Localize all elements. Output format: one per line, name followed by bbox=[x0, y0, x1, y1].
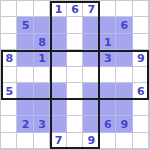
cell-r1c9[interactable] bbox=[133, 1, 149, 17]
cell-r2c7[interactable] bbox=[100, 17, 116, 33]
cell-r9c3[interactable] bbox=[34, 133, 50, 149]
cell-r8c7[interactable]: 6 bbox=[100, 116, 116, 132]
cell-r2c4[interactable] bbox=[50, 17, 66, 33]
cell-r9c1[interactable] bbox=[1, 133, 17, 149]
cell-r4c9[interactable]: 9 bbox=[133, 50, 149, 66]
cell-r2c8[interactable]: 6 bbox=[116, 17, 132, 33]
cell-r6c1[interactable]: 5 bbox=[1, 83, 17, 99]
sudoku-board: 1675681813956236979 bbox=[0, 0, 150, 150]
cell-r1c1[interactable] bbox=[1, 1, 17, 17]
cell-r7c9[interactable] bbox=[133, 100, 149, 116]
cell-r3c1[interactable] bbox=[1, 34, 17, 50]
cell-r4c1[interactable]: 8 bbox=[1, 50, 17, 66]
cell-r4c6[interactable] bbox=[83, 50, 99, 66]
cell-r3c2[interactable] bbox=[17, 34, 33, 50]
cell-r7c3[interactable] bbox=[34, 100, 50, 116]
cell-r8c4[interactable] bbox=[50, 116, 66, 132]
cell-r6c2[interactable] bbox=[17, 83, 33, 99]
cell-r2c9[interactable] bbox=[133, 17, 149, 33]
cell-r3c4[interactable] bbox=[50, 34, 66, 50]
cell-r7c1[interactable] bbox=[1, 100, 17, 116]
cell-r2c1[interactable] bbox=[1, 17, 17, 33]
cell-r5c8[interactable] bbox=[116, 67, 132, 83]
cell-r7c6[interactable] bbox=[83, 100, 99, 116]
cell-r4c5[interactable] bbox=[67, 50, 83, 66]
cell-r2c6[interactable] bbox=[83, 17, 99, 33]
cell-r8c3[interactable]: 3 bbox=[34, 116, 50, 132]
cell-r1c2[interactable] bbox=[17, 1, 33, 17]
cell-r5c7[interactable] bbox=[100, 67, 116, 83]
cell-r2c2[interactable]: 5 bbox=[17, 17, 33, 33]
cell-r9c9[interactable] bbox=[133, 133, 149, 149]
sudoku-grid: 1675681813956236979 bbox=[1, 1, 149, 149]
cell-r7c8[interactable] bbox=[116, 100, 132, 116]
cell-r9c6[interactable]: 9 bbox=[83, 133, 99, 149]
cell-r8c1[interactable] bbox=[1, 116, 17, 132]
cell-r3c9[interactable] bbox=[133, 34, 149, 50]
cell-r9c7[interactable] bbox=[100, 133, 116, 149]
cell-r9c4[interactable]: 7 bbox=[50, 133, 66, 149]
cell-r3c7[interactable]: 1 bbox=[100, 34, 116, 50]
cell-r9c2[interactable] bbox=[17, 133, 33, 149]
cell-r3c5[interactable] bbox=[67, 34, 83, 50]
cell-r4c4[interactable] bbox=[50, 50, 66, 66]
cell-r5c3[interactable] bbox=[34, 67, 50, 83]
cell-r6c3[interactable] bbox=[34, 83, 50, 99]
cell-r2c5[interactable] bbox=[67, 17, 83, 33]
cell-r7c2[interactable] bbox=[17, 100, 33, 116]
cell-r7c5[interactable] bbox=[67, 100, 83, 116]
cell-r6c4[interactable] bbox=[50, 83, 66, 99]
cell-r5c1[interactable] bbox=[1, 67, 17, 83]
cell-r5c4[interactable] bbox=[50, 67, 66, 83]
cell-r4c2[interactable] bbox=[17, 50, 33, 66]
cell-r4c8[interactable] bbox=[116, 50, 132, 66]
cell-r6c6[interactable] bbox=[83, 83, 99, 99]
cell-r5c5[interactable] bbox=[67, 67, 83, 83]
cell-r7c4[interactable] bbox=[50, 100, 66, 116]
cell-r8c6[interactable] bbox=[83, 116, 99, 132]
cell-r2c3[interactable] bbox=[34, 17, 50, 33]
cell-r6c9[interactable]: 6 bbox=[133, 83, 149, 99]
cell-r6c5[interactable] bbox=[67, 83, 83, 99]
cell-r1c6[interactable]: 7 bbox=[83, 1, 99, 17]
cell-r3c3[interactable]: 8 bbox=[34, 34, 50, 50]
cell-r5c6[interactable] bbox=[83, 67, 99, 83]
cell-r1c3[interactable] bbox=[34, 1, 50, 17]
cell-r9c8[interactable] bbox=[116, 133, 132, 149]
cell-r4c7[interactable]: 3 bbox=[100, 50, 116, 66]
cell-r3c8[interactable] bbox=[116, 34, 132, 50]
cell-r1c8[interactable] bbox=[116, 1, 132, 17]
cell-r8c8[interactable]: 9 bbox=[116, 116, 132, 132]
cell-r1c4[interactable]: 1 bbox=[50, 1, 66, 17]
cell-r1c5[interactable]: 6 bbox=[67, 1, 83, 17]
cell-r3c6[interactable] bbox=[83, 34, 99, 50]
cell-r4c3[interactable]: 1 bbox=[34, 50, 50, 66]
cell-r9c5[interactable] bbox=[67, 133, 83, 149]
cell-r7c7[interactable] bbox=[100, 100, 116, 116]
cell-r6c8[interactable] bbox=[116, 83, 132, 99]
cell-r5c2[interactable] bbox=[17, 67, 33, 83]
cell-r1c7[interactable] bbox=[100, 1, 116, 17]
cell-r8c5[interactable] bbox=[67, 116, 83, 132]
cell-r8c9[interactable] bbox=[133, 116, 149, 132]
cell-r5c9[interactable] bbox=[133, 67, 149, 83]
cell-r8c2[interactable]: 2 bbox=[17, 116, 33, 132]
cell-r6c7[interactable] bbox=[100, 83, 116, 99]
